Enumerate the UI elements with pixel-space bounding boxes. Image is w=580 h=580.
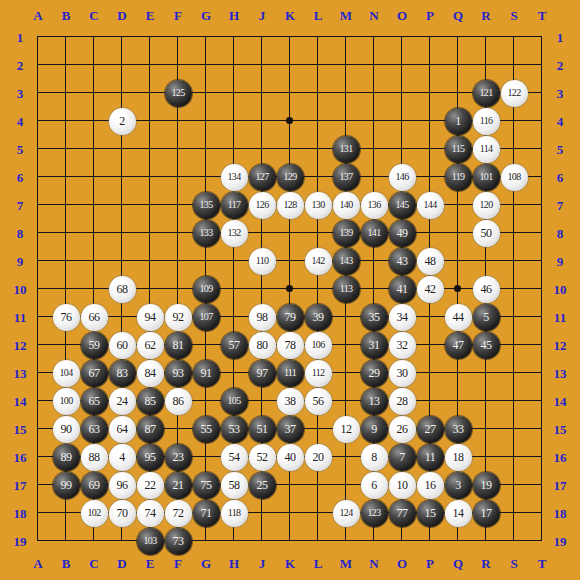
- stone-white-16-P17: 16: [417, 472, 444, 499]
- stone-black-95-E16: 95: [137, 444, 164, 471]
- column-label-bottom-C: C: [89, 557, 98, 570]
- row-label-left-14: 14: [14, 395, 27, 408]
- stone-white-50-R8: 50: [473, 220, 500, 247]
- column-label-bottom-L: L: [314, 557, 323, 570]
- stone-white-46-R10: 46: [473, 276, 500, 303]
- stone-white-56-L14: 56: [305, 388, 332, 415]
- stone-black-127-J6: 127: [249, 164, 276, 191]
- go-board-grid: 1234567891011121314151617181920212223242…: [24, 23, 556, 555]
- stone-white-78-K12: 78: [277, 332, 304, 359]
- stone-white-98-J11: 98: [249, 304, 276, 331]
- stone-black-93-F13: 93: [165, 360, 192, 387]
- stone-black-9-N15: 9: [361, 416, 388, 443]
- column-label-top-F: F: [174, 9, 182, 22]
- stone-black-103-E19: 103: [137, 528, 164, 555]
- stone-white-60-D12: 60: [109, 332, 136, 359]
- stone-white-22-E17: 22: [137, 472, 164, 499]
- stone-black-135-G7: 135: [193, 192, 220, 219]
- stone-white-94-E11: 94: [137, 304, 164, 331]
- column-label-top-B: B: [62, 9, 71, 22]
- column-label-top-O: O: [397, 9, 407, 22]
- row-label-left-18: 18: [14, 507, 27, 520]
- row-label-left-3: 3: [17, 87, 24, 100]
- stone-black-7-O16: 7: [389, 444, 416, 471]
- row-label-left-8: 8: [17, 227, 24, 240]
- column-label-top-Q: Q: [453, 9, 463, 22]
- stone-white-132-H8: 132: [221, 220, 248, 247]
- stone-black-43-O9: 43: [389, 248, 416, 275]
- stone-white-124-M18: 124: [333, 500, 360, 527]
- column-label-bottom-Q: Q: [453, 557, 463, 570]
- stone-white-76-B11: 76: [53, 304, 80, 331]
- row-label-left-4: 4: [17, 115, 24, 128]
- stone-black-77-O18: 77: [389, 500, 416, 527]
- stone-black-91-G13: 91: [193, 360, 220, 387]
- stone-black-79-K11: 79: [277, 304, 304, 331]
- stone-black-71-G18: 71: [193, 500, 220, 527]
- stone-black-11-P16: 11: [417, 444, 444, 471]
- stone-black-111-K13: 111: [277, 360, 304, 387]
- stone-white-88-C16: 88: [81, 444, 108, 471]
- row-label-right-7: 7: [557, 199, 564, 212]
- star-point-K10: [286, 285, 293, 292]
- stone-black-39-L11: 39: [305, 304, 332, 331]
- stone-white-72-F18: 72: [165, 500, 192, 527]
- stone-black-17-R18: 17: [473, 500, 500, 527]
- stone-black-115-Q5: 115: [445, 136, 472, 163]
- row-label-right-9: 9: [557, 255, 564, 268]
- row-label-right-1: 1: [557, 31, 564, 44]
- column-label-bottom-B: B: [62, 557, 71, 570]
- stone-black-27-P15: 27: [417, 416, 444, 443]
- column-label-bottom-D: D: [117, 557, 126, 570]
- stone-white-66-C11: 66: [81, 304, 108, 331]
- stone-white-12-M15: 12: [333, 416, 360, 443]
- column-label-bottom-J: J: [259, 557, 266, 570]
- row-label-right-8: 8: [557, 227, 564, 240]
- stone-white-38-K14: 38: [277, 388, 304, 415]
- stone-white-34-O11: 34: [389, 304, 416, 331]
- row-label-right-5: 5: [557, 143, 564, 156]
- stone-black-81-F12: 81: [165, 332, 192, 359]
- stone-black-83-D13: 83: [109, 360, 136, 387]
- stone-white-24-D14: 24: [109, 388, 136, 415]
- stone-white-84-E13: 84: [137, 360, 164, 387]
- row-label-right-19: 19: [554, 535, 567, 548]
- stone-black-37-K15: 37: [277, 416, 304, 443]
- stone-white-40-K16: 40: [277, 444, 304, 471]
- row-label-right-17: 17: [554, 479, 567, 492]
- row-label-left-17: 17: [14, 479, 27, 492]
- column-label-top-K: K: [285, 9, 295, 22]
- stone-black-109-G10: 109: [193, 276, 220, 303]
- stone-black-47-Q12: 47: [445, 332, 472, 359]
- stone-white-100-B14: 100: [53, 388, 80, 415]
- stone-white-6-N17: 6: [361, 472, 388, 499]
- stone-black-121-R3: 121: [473, 80, 500, 107]
- column-label-bottom-G: G: [201, 557, 211, 570]
- row-label-left-12: 12: [14, 339, 27, 352]
- stone-black-87-E15: 87: [137, 416, 164, 443]
- column-label-bottom-S: S: [510, 557, 517, 570]
- row-label-left-11: 11: [14, 311, 26, 324]
- column-label-top-P: P: [426, 9, 434, 22]
- stone-white-8-N16: 8: [361, 444, 388, 471]
- stone-white-104-B13: 104: [53, 360, 80, 387]
- stone-black-19-R17: 19: [473, 472, 500, 499]
- row-label-left-9: 9: [17, 255, 24, 268]
- row-label-left-10: 10: [14, 283, 27, 296]
- column-label-bottom-A: A: [33, 557, 42, 570]
- stone-black-89-B16: 89: [53, 444, 80, 471]
- stone-white-102-C18: 102: [81, 500, 108, 527]
- stone-black-73-F19: 73: [165, 528, 192, 555]
- stone-white-14-Q18: 14: [445, 500, 472, 527]
- stone-white-30-O13: 30: [389, 360, 416, 387]
- star-point-Q10: [454, 285, 461, 292]
- column-label-bottom-P: P: [426, 557, 434, 570]
- column-label-top-G: G: [201, 9, 211, 22]
- column-label-top-E: E: [146, 9, 155, 22]
- stone-white-114-R5: 114: [473, 136, 500, 163]
- row-label-left-16: 16: [14, 451, 27, 464]
- row-label-right-4: 4: [557, 115, 564, 128]
- star-point-K4: [286, 117, 293, 124]
- column-label-bottom-M: M: [340, 557, 352, 570]
- stone-black-53-H15: 53: [221, 416, 248, 443]
- stone-white-20-L16: 20: [305, 444, 332, 471]
- stone-white-92-F11: 92: [165, 304, 192, 331]
- stone-white-64-D15: 64: [109, 416, 136, 443]
- stone-white-52-J16: 52: [249, 444, 276, 471]
- column-label-top-M: M: [340, 9, 352, 22]
- stone-black-145-O7: 145: [389, 192, 416, 219]
- row-label-right-12: 12: [554, 339, 567, 352]
- stone-black-23-F16: 23: [165, 444, 192, 471]
- column-label-top-C: C: [89, 9, 98, 22]
- row-label-right-6: 6: [557, 171, 564, 184]
- column-label-bottom-E: E: [146, 557, 155, 570]
- stone-white-142-L9: 142: [305, 248, 332, 275]
- stone-black-57-H12: 57: [221, 332, 248, 359]
- stone-black-55-G15: 55: [193, 416, 220, 443]
- stone-white-134-H6: 134: [221, 164, 248, 191]
- stone-white-126-J7: 126: [249, 192, 276, 219]
- stone-black-45-R12: 45: [473, 332, 500, 359]
- stone-white-10-O17: 10: [389, 472, 416, 499]
- row-label-right-2: 2: [557, 59, 564, 72]
- stone-white-112-L13: 112: [305, 360, 332, 387]
- stone-white-130-L7: 130: [305, 192, 332, 219]
- stone-white-120-R7: 120: [473, 192, 500, 219]
- row-label-left-1: 1: [17, 31, 24, 44]
- stone-black-97-J13: 97: [249, 360, 276, 387]
- column-label-bottom-R: R: [481, 557, 490, 570]
- column-label-bottom-H: H: [229, 557, 239, 570]
- stone-black-65-C14: 65: [81, 388, 108, 415]
- row-label-right-13: 13: [554, 367, 567, 380]
- stone-white-140-M7: 140: [333, 192, 360, 219]
- column-label-top-L: L: [314, 9, 323, 22]
- row-label-left-5: 5: [17, 143, 24, 156]
- stone-white-28-O14: 28: [389, 388, 416, 415]
- stone-black-107-G11: 107: [193, 304, 220, 331]
- column-label-top-A: A: [33, 9, 42, 22]
- stone-black-75-G17: 75: [193, 472, 220, 499]
- stone-white-32-O12: 32: [389, 332, 416, 359]
- stone-white-68-D10: 68: [109, 276, 136, 303]
- stone-white-42-P10: 42: [417, 276, 444, 303]
- stone-white-58-H17: 58: [221, 472, 248, 499]
- stone-white-54-H16: 54: [221, 444, 248, 471]
- stone-white-86-F14: 86: [165, 388, 192, 415]
- stone-white-110-J9: 110: [249, 248, 276, 275]
- row-label-left-2: 2: [17, 59, 24, 72]
- column-label-bottom-N: N: [369, 557, 378, 570]
- stone-white-80-J12: 80: [249, 332, 276, 359]
- row-label-right-16: 16: [554, 451, 567, 464]
- stone-black-141-N8: 141: [361, 220, 388, 247]
- stone-black-105-H14: 105: [221, 388, 248, 415]
- stone-black-21-F17: 21: [165, 472, 192, 499]
- stone-white-146-O6: 146: [389, 164, 416, 191]
- column-label-top-N: N: [369, 9, 378, 22]
- stone-black-63-C15: 63: [81, 416, 108, 443]
- row-label-right-18: 18: [554, 507, 567, 520]
- column-label-bottom-F: F: [174, 557, 182, 570]
- column-label-top-H: H: [229, 9, 239, 22]
- stone-black-5-R11: 5: [473, 304, 500, 331]
- stone-white-62-E12: 62: [137, 332, 164, 359]
- row-label-right-11: 11: [554, 311, 566, 324]
- stone-black-139-M8: 139: [333, 220, 360, 247]
- stone-black-3-Q17: 3: [445, 472, 472, 499]
- stone-black-113-M10: 113: [333, 276, 360, 303]
- stone-black-99-B17: 99: [53, 472, 80, 499]
- stone-white-144-P7: 144: [417, 192, 444, 219]
- row-label-left-6: 6: [17, 171, 24, 184]
- stone-white-2-D4: 2: [109, 108, 136, 135]
- stone-white-44-Q11: 44: [445, 304, 472, 331]
- stone-black-25-J17: 25: [249, 472, 276, 499]
- stone-black-101-R6: 101: [473, 164, 500, 191]
- row-label-left-15: 15: [14, 423, 27, 436]
- row-label-right-3: 3: [557, 87, 564, 100]
- column-label-top-R: R: [481, 9, 490, 22]
- column-label-top-J: J: [259, 9, 266, 22]
- row-label-left-19: 19: [14, 535, 27, 548]
- stone-black-41-O10: 41: [389, 276, 416, 303]
- stone-black-51-J15: 51: [249, 416, 276, 443]
- stone-white-90-B15: 90: [53, 416, 80, 443]
- row-label-right-14: 14: [554, 395, 567, 408]
- stone-black-33-Q15: 33: [445, 416, 472, 443]
- row-label-right-15: 15: [554, 423, 567, 436]
- column-label-top-D: D: [117, 9, 126, 22]
- column-label-bottom-O: O: [397, 557, 407, 570]
- stone-white-122-S3: 122: [501, 80, 528, 107]
- row-label-right-10: 10: [554, 283, 567, 296]
- stone-black-131-M5: 131: [333, 136, 360, 163]
- stone-black-29-N13: 29: [361, 360, 388, 387]
- stone-white-106-L12: 106: [305, 332, 332, 359]
- stone-white-116-R4: 116: [473, 108, 500, 135]
- stone-black-129-K6: 129: [277, 164, 304, 191]
- stone-black-125-F3: 125: [165, 80, 192, 107]
- stone-white-96-D17: 96: [109, 472, 136, 499]
- stone-black-13-N14: 13: [361, 388, 388, 415]
- stone-white-118-H18: 118: [221, 500, 248, 527]
- stone-black-67-C13: 67: [81, 360, 108, 387]
- stone-black-15-P18: 15: [417, 500, 444, 527]
- stone-white-128-K7: 128: [277, 192, 304, 219]
- row-label-left-7: 7: [17, 199, 24, 212]
- stone-black-85-E14: 85: [137, 388, 164, 415]
- stone-black-143-M9: 143: [333, 248, 360, 275]
- column-label-bottom-T: T: [538, 557, 547, 570]
- stone-black-31-N12: 31: [361, 332, 388, 359]
- stone-white-26-O15: 26: [389, 416, 416, 443]
- stone-white-136-N7: 136: [361, 192, 388, 219]
- stone-white-108-S6: 108: [501, 164, 528, 191]
- stone-white-18-Q16: 18: [445, 444, 472, 471]
- stone-black-119-Q6: 119: [445, 164, 472, 191]
- stone-black-123-N18: 123: [361, 500, 388, 527]
- column-label-top-S: S: [510, 9, 517, 22]
- stone-white-70-D18: 70: [109, 500, 136, 527]
- stone-black-133-G8: 133: [193, 220, 220, 247]
- row-label-left-13: 13: [14, 367, 27, 380]
- column-label-bottom-K: K: [285, 557, 295, 570]
- stone-white-4-D16: 4: [109, 444, 136, 471]
- stone-black-49-O8: 49: [389, 220, 416, 247]
- go-board-diagram: 1234567891011121314151617181920212223242…: [0, 0, 580, 580]
- stone-black-69-C17: 69: [81, 472, 108, 499]
- stone-black-1-Q4: 1: [445, 108, 472, 135]
- stone-white-74-E18: 74: [137, 500, 164, 527]
- stone-black-59-C12: 59: [81, 332, 108, 359]
- stone-white-48-P9: 48: [417, 248, 444, 275]
- stone-black-137-M6: 137: [333, 164, 360, 191]
- column-label-top-T: T: [538, 9, 547, 22]
- stone-black-35-N11: 35: [361, 304, 388, 331]
- stone-black-117-H7: 117: [221, 192, 248, 219]
